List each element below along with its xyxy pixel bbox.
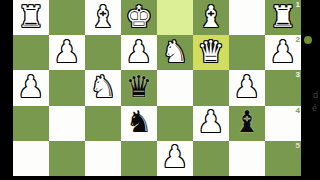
square-e1[interactable]: ♚ — [121, 0, 157, 35]
cropped-text-fragment: d — [313, 90, 318, 100]
rank-label-2: 2 — [296, 35, 300, 44]
square-e4[interactable]: ♞ — [121, 106, 157, 141]
piece-white-knight-d2[interactable]: ♞ — [162, 37, 189, 67]
square-f4[interactable] — [85, 106, 121, 141]
square-g4[interactable] — [49, 106, 85, 141]
square-h5[interactable] — [13, 141, 49, 176]
square-b5[interactable] — [229, 141, 265, 176]
chess-board: ♜♝♚♝♜1♟♟♞♛♟2♟♞♛♟3♞♟♝4♟5 — [13, 0, 301, 176]
square-c5[interactable] — [193, 141, 229, 176]
square-a5[interactable]: 5 — [265, 141, 301, 176]
square-b2[interactable] — [229, 35, 265, 70]
piece-white-pawn-h3[interactable]: ♟ — [18, 72, 45, 102]
square-d1[interactable] — [157, 0, 193, 35]
square-h4[interactable] — [13, 106, 49, 141]
piece-white-rook-h1[interactable]: ♜ — [18, 2, 45, 32]
square-c4[interactable]: ♟ — [193, 106, 229, 141]
piece-white-queen-c2[interactable]: ♛ — [198, 37, 225, 67]
square-a4[interactable]: 4 — [265, 106, 301, 141]
rank-label-5: 5 — [296, 141, 300, 150]
piece-white-pawn-g2[interactable]: ♟ — [54, 37, 81, 67]
square-c1[interactable]: ♝ — [193, 0, 229, 35]
piece-white-bishop-f1[interactable]: ♝ — [90, 2, 117, 32]
piece-white-knight-f3[interactable]: ♞ — [90, 72, 117, 102]
square-c3[interactable] — [193, 70, 229, 105]
rank-label-1: 1 — [296, 0, 300, 9]
square-a3[interactable]: 3 — [265, 70, 301, 105]
square-d2[interactable]: ♞ — [157, 35, 193, 70]
square-g5[interactable] — [49, 141, 85, 176]
piece-white-rook-a1[interactable]: ♜ — [270, 2, 297, 32]
rank-label-3: 3 — [296, 70, 300, 79]
square-g1[interactable] — [49, 0, 85, 35]
square-c2[interactable]: ♛ — [193, 35, 229, 70]
square-a1[interactable]: ♜1 — [265, 0, 301, 35]
piece-white-pawn-a2[interactable]: ♟ — [270, 37, 297, 67]
square-d3[interactable] — [157, 70, 193, 105]
square-g3[interactable] — [49, 70, 85, 105]
square-e2[interactable]: ♟ — [121, 35, 157, 70]
square-h2[interactable] — [13, 35, 49, 70]
piece-black-bishop-b4[interactable]: ♝ — [234, 107, 261, 137]
square-f5[interactable] — [85, 141, 121, 176]
piece-white-pawn-e2[interactable]: ♟ — [126, 37, 153, 67]
piece-white-pawn-b3[interactable]: ♟ — [234, 72, 261, 102]
square-f1[interactable]: ♝ — [85, 0, 121, 35]
piece-white-king-e1[interactable]: ♚ — [126, 2, 153, 32]
piece-white-pawn-c4[interactable]: ♟ — [198, 107, 225, 137]
square-b3[interactable]: ♟ — [229, 70, 265, 105]
square-f2[interactable] — [85, 35, 121, 70]
status-dot-icon — [304, 36, 312, 44]
rank-label-4: 4 — [296, 106, 300, 115]
cropped-text-fragment: é — [312, 103, 317, 113]
piece-white-pawn-d5[interactable]: ♟ — [162, 142, 189, 172]
piece-white-bishop-c1[interactable]: ♝ — [198, 2, 225, 32]
square-d4[interactable] — [157, 106, 193, 141]
piece-black-knight-e4[interactable]: ♞ — [126, 107, 153, 137]
square-f3[interactable]: ♞ — [85, 70, 121, 105]
square-b4[interactable]: ♝ — [229, 106, 265, 141]
square-h3[interactable]: ♟ — [13, 70, 49, 105]
square-h1[interactable]: ♜ — [13, 0, 49, 35]
square-d5[interactable]: ♟ — [157, 141, 193, 176]
square-g2[interactable]: ♟ — [49, 35, 85, 70]
square-e3[interactable]: ♛ — [121, 70, 157, 105]
piece-black-queen-e3[interactable]: ♛ — [126, 72, 153, 102]
square-e5[interactable] — [121, 141, 157, 176]
square-b1[interactable] — [229, 0, 265, 35]
square-a2[interactable]: ♟2 — [265, 35, 301, 70]
video-frame: ♜♝♚♝♜1♟♟♞♛♟2♟♞♛♟3♞♟♝4♟5 d é — [0, 0, 320, 180]
